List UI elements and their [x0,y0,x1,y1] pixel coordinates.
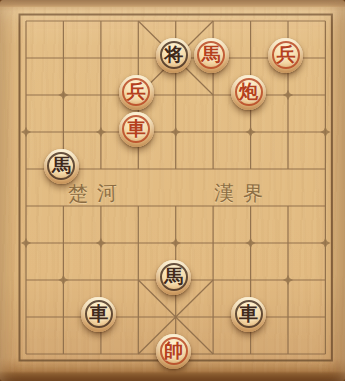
piece-red-chariot[interactable]: 車 [119,112,154,147]
piece-character: 車 [239,304,258,323]
piece-black-horse-1[interactable]: 馬 [44,149,79,184]
piece-character: 馬 [52,156,71,175]
piece-character: 車 [127,119,146,138]
piece-black-chariot-1[interactable]: 車 [81,297,116,332]
river-label-chu-he: 楚河 [68,180,127,206]
piece-character: 兵 [127,82,146,101]
piece-black-horse-2[interactable]: 馬 [156,260,191,295]
piece-red-cannon[interactable]: 炮 [231,75,266,110]
piece-black-chariot-2[interactable]: 車 [231,297,266,332]
piece-character: 炮 [239,82,258,101]
piece-character: 馬 [164,267,183,286]
piece-character: 兵 [276,45,295,64]
river-label-han-jie: 漢界 [214,180,272,205]
piece-red-general[interactable]: 帥 [156,334,191,369]
board-frame-bottom-edge [0,371,345,381]
piece-character: 将 [164,45,183,64]
piece-red-horse[interactable]: 馬 [194,38,229,73]
piece-red-soldier-1[interactable]: 兵 [268,38,303,73]
piece-red-soldier-2[interactable]: 兵 [119,75,154,110]
piece-character: 車 [89,304,108,323]
piece-black-general[interactable]: 将 [156,38,191,73]
xiangqi-board[interactable]: 楚河 漢界 将馬兵兵炮車馬馬車車帥 [0,0,345,381]
piece-character: 馬 [202,45,221,64]
piece-character: 帥 [164,341,183,360]
